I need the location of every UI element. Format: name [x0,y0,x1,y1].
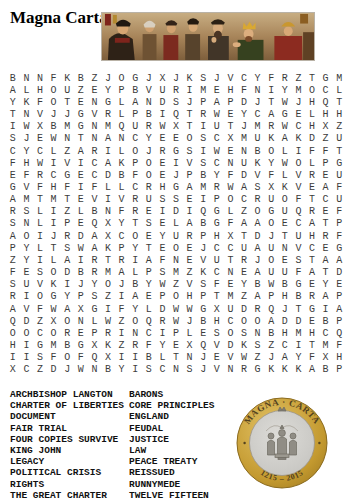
grid-cell: G [251,364,265,376]
word-list-item: PEACE TREATY [129,456,215,467]
grid-cell: A [264,108,278,120]
grid-cell: C [278,340,292,352]
grid-cell: Z [33,315,47,327]
grid-cell: I [20,340,34,352]
grid-cell: C [305,242,319,254]
word-list-item: BARONS [129,389,215,400]
grid-cell: F [332,230,346,242]
grid-cell: F [292,194,306,206]
grid-cell: C [210,133,224,145]
grid-cell: U [210,121,224,133]
grid-cell: E [332,279,346,291]
grid-cell: H [332,352,346,364]
grid-cell: N [251,84,265,96]
grid-cell: W [183,303,197,315]
grid-cell: B [251,279,265,291]
grid-cell: X [319,352,333,364]
grid-cell: W [210,108,224,120]
grid-cell: N [224,267,238,279]
word-list-item: FEUDAL [129,423,215,434]
grid-cell: M [20,194,34,206]
grid-cell: L [128,267,142,279]
grid-cell: Y [142,279,156,291]
grid-cell: Q [142,315,156,327]
grid-cell: A [88,230,102,242]
grid-cell: G [74,108,88,120]
grid-cell: P [115,84,129,96]
grid-cell: J [74,279,88,291]
grid-cell: F [224,169,238,181]
grid-cell: M [47,194,61,206]
grid-cell: U [237,157,251,169]
grid-cell: H [33,84,47,96]
grid-cell: W [20,121,34,133]
grid-cell: T [305,72,319,84]
grid-cell: O [47,327,61,339]
grid-cell: L [33,218,47,230]
grid-cell: J [183,96,197,108]
grid-cell: S [169,96,183,108]
grid-cell: P [74,291,88,303]
grid-cell: M [292,84,306,96]
grid-cell: A [332,303,346,315]
grid-cell: P [196,291,210,303]
grid-cell: N [101,206,115,218]
grid-cell: S [196,72,210,84]
grid-cell: Z [33,364,47,376]
grid-cell: R [305,206,319,218]
grid-cell: E [305,279,319,291]
grid-cell: Z [115,340,129,352]
grid-cell: W [156,279,170,291]
grid-cell: J [251,254,265,266]
grid-cell: B [6,72,20,84]
grid-cell: O [305,84,319,96]
grid-cell: I [115,291,129,303]
grid-cell: R [237,364,251,376]
grid-cell: A [305,364,319,376]
grid-cell: H [20,157,34,169]
grid-cell: X [74,303,88,315]
word-list-item: LAW [129,445,215,456]
grid-cell: G [210,206,224,218]
grid-cell: J [251,96,265,108]
grid-cell: F [264,169,278,181]
word-list-item: RIGHTS [10,479,124,490]
word-list-item: JUSTICE [129,434,215,445]
grid-cell: U [210,254,224,266]
grid-cell: E [224,145,238,157]
grid-cell: O [264,218,278,230]
grid-cell: T [101,254,115,266]
grid-cell: D [60,267,74,279]
grid-cell: G [74,340,88,352]
grid-cell: H [332,108,346,120]
grid-cell: R [251,303,265,315]
grid-cell: E [305,181,319,193]
grid-cell: V [292,169,306,181]
grid-cell: A [183,181,197,193]
grid-cell: I [264,84,278,96]
grid-cell: L [278,169,292,181]
grid-cell: Z [101,291,115,303]
grid-cell: O [142,157,156,169]
grid-cell: J [60,364,74,376]
grid-cell: H [319,108,333,120]
grid-cell: O [278,194,292,206]
grid-cell: I [20,352,34,364]
grid-cell: B [74,72,88,84]
grid-cell: S [156,194,170,206]
grid-cell: T [305,340,319,352]
grid-cell: Y [156,230,170,242]
grid-cell: U [278,267,292,279]
grid-cell: C [88,169,102,181]
grid-cell: V [88,194,102,206]
word-list-item: REISSUED [129,467,215,478]
grid-cell: L [74,206,88,218]
grid-cell: Y [319,279,333,291]
grid-cell: I [47,157,61,169]
coin-illustration: MAGNA · CARTA 1215 – 2015 [236,397,328,489]
grid-cell: F [332,340,346,352]
grid-cell: Z [292,72,306,84]
grid-cell: V [292,181,306,193]
grid-cell: P [224,96,238,108]
grid-cell: M [47,340,61,352]
grid-cell: R [156,315,170,327]
grid-cell: A [101,157,115,169]
word-list-item: ARCHBISHOP LANGTON [10,389,124,400]
grid-cell: W [101,315,115,327]
grid-cell: C [224,315,238,327]
grid-cell: I [74,157,88,169]
grid-cell: R [196,108,210,120]
grid-cell: R [88,145,102,157]
grid-cell: I [101,303,115,315]
grid-cell: I [101,194,115,206]
grid-cell: I [128,254,142,266]
grid-cell: C [142,327,156,339]
grid-cell: C [210,242,224,254]
grid-cell: Z [319,133,333,145]
grid-cell: D [156,303,170,315]
grid-cell: X [210,303,224,315]
grid-cell: I [60,279,74,291]
grid-cell: S [210,327,224,339]
grid-cell: Z [237,206,251,218]
grid-cell: D [101,169,115,181]
grid-cell: T [332,96,346,108]
grid-cell: Z [6,254,20,266]
grid-cell: S [169,194,183,206]
word-search-grid: BNNFKBZJOGJXJKSJVCYFRZTGMALHOUZEYPBVURIM… [6,72,346,376]
grid-cell: T [210,291,224,303]
grid-cell: L [305,108,319,120]
grid-cell: F [292,267,306,279]
grid-cell: A [305,267,319,279]
grid-cell: S [196,279,210,291]
grid-cell: Q [196,340,210,352]
grid-cell: B [319,364,333,376]
grid-cell: A [319,291,333,303]
grid-cell: C [156,364,170,376]
grid-cell: K [278,181,292,193]
grid-cell: C [251,108,265,120]
grid-cell: Q [115,121,129,133]
grid-cell: F [305,145,319,157]
grid-cell: Y [264,157,278,169]
grid-cell: B [128,84,142,96]
grid-cell: G [101,96,115,108]
grid-cell: Q [319,96,333,108]
grid-cell: U [60,84,74,96]
grid-cell: I [47,206,61,218]
grid-cell: E [210,84,224,96]
grid-cell: G [292,279,306,291]
grid-cell: N [278,242,292,254]
grid-cell: Z [88,72,102,84]
grid-cell: B [88,206,102,218]
grid-cell: K [278,364,292,376]
grid-cell: O [237,315,251,327]
grid-cell: W [278,157,292,169]
grid-cell: N [20,218,34,230]
grid-cell: P [332,218,346,230]
grid-cell: A [332,254,346,266]
grid-cell: X [264,181,278,193]
word-list-item: DOCUMENT [10,411,124,422]
grid-cell: S [6,133,20,145]
grid-cell: Y [210,169,224,181]
grid-cell: K [251,157,265,169]
grid-cell: P [264,291,278,303]
grid-cell: W [74,364,88,376]
grid-cell: C [88,157,102,169]
grid-cell: G [278,108,292,120]
grid-cell: H [156,181,170,193]
grid-cell: D [251,230,265,242]
grid-cell: A [128,291,142,303]
grid-cell: E [305,315,319,327]
grid-cell: V [33,108,47,120]
grid-cell: B [196,315,210,327]
grid-cell: T [142,242,156,254]
grid-cell: G [196,303,210,315]
grid-cell: O [251,206,265,218]
grid-cell: C [237,72,251,84]
grid-cell: I [319,303,333,315]
grid-cell: O [60,315,74,327]
grid-cell: V [183,279,197,291]
grid-cell: Q [292,206,306,218]
grid-cell: J [196,352,210,364]
grid-cell: O [169,242,183,254]
grid-cell: T [264,96,278,108]
grid-cell: L [20,84,34,96]
grid-cell: H [305,121,319,133]
grid-cell: U [332,169,346,181]
grid-cell: L [115,108,129,120]
grid-cell: J [278,303,292,315]
grid-cell: B [60,340,74,352]
grid-cell: V [292,242,306,254]
grid-cell: I [6,352,20,364]
grid-cell: O [47,96,61,108]
grid-cell: B [142,352,156,364]
grid-cell: J [292,96,306,108]
grid-cell: S [196,157,210,169]
grid-cell: Y [237,108,251,120]
grid-cell: Y [20,145,34,157]
grid-cell: E [319,242,333,254]
grid-cell: E [74,327,88,339]
grid-cell: F [33,181,47,193]
grid-cell: E [74,194,88,206]
grid-cell: W [264,279,278,291]
grid-cell: L [115,181,129,193]
grid-cell: R [251,194,265,206]
grid-cell: P [332,315,346,327]
grid-cell: E [156,157,170,169]
grid-cell: I [183,206,197,218]
grid-cell: B [74,267,88,279]
grid-cell: O [183,133,197,145]
grid-cell: I [292,145,306,157]
grid-cell: O [20,230,34,242]
grid-cell: D [332,267,346,279]
grid-cell: A [142,254,156,266]
grid-cell: P [332,364,346,376]
grid-cell: Z [60,145,74,157]
grid-cell: L [115,145,129,157]
grid-cell: J [169,72,183,84]
grid-cell: E [224,279,238,291]
grid-cell: I [196,121,210,133]
grid-cell: R [142,121,156,133]
word-list-item: KING JOHN [10,445,124,456]
grid-cell: A [319,254,333,266]
grid-cell: T [278,230,292,242]
worksheet-page: Magna Carta [0,0,354,500]
grid-cell: F [47,72,61,84]
grid-cell: Y [237,279,251,291]
grid-cell: S [251,181,265,193]
grid-cell: C [319,194,333,206]
grid-cell: L [33,206,47,218]
grid-cell: H [278,291,292,303]
grid-cell: C [237,194,251,206]
grid-cell: N [142,96,156,108]
grid-cell: I [169,157,183,169]
grid-cell: X [183,340,197,352]
grid-cell: U [142,194,156,206]
grid-cell: N [224,157,238,169]
grid-cell: N [183,352,197,364]
grid-cell: Y [60,291,74,303]
grid-cell: A [251,291,265,303]
grid-cell: B [47,121,61,133]
grid-cell: X [224,230,238,242]
grid-cell: P [128,157,142,169]
grid-cell: V [33,279,47,291]
grid-cell: I [6,121,20,133]
grid-cell: F [305,352,319,364]
grid-cell: A [6,84,20,96]
grid-cell: S [292,254,306,266]
grid-cell: Y [6,96,20,108]
grid-cell: P [88,327,102,339]
grid-cell: V [196,254,210,266]
grid-cell: O [101,279,115,291]
grid-cell: L [47,254,61,266]
grid-cell: Z [169,279,183,291]
grid-cell: O [128,315,142,327]
grid-cell: R [305,169,319,181]
grid-cell: I [33,254,47,266]
grid-cell: L [169,218,183,230]
grid-cell: F [210,279,224,291]
grid-cell: U [278,206,292,218]
grid-cell: G [60,169,74,181]
grid-cell: A [251,242,265,254]
grid-cell: W [224,181,238,193]
grid-cell: T [319,218,333,230]
grid-cell: J [169,169,183,181]
grid-cell: Y [142,133,156,145]
grid-cell: X [101,352,115,364]
grid-cell: C [20,364,34,376]
grid-cell: O [47,267,61,279]
grid-cell: I [47,218,61,230]
grid-cell: A [237,218,251,230]
grid-cell: C [128,133,142,145]
grid-cell: H [305,96,319,108]
grid-cell: N [88,121,102,133]
grid-cell: I [115,327,129,339]
grid-cell: W [278,96,292,108]
grid-cell: G [128,72,142,84]
grid-cell: P [115,242,129,254]
grid-cell: L [88,315,102,327]
grid-cell: W [169,315,183,327]
grid-cell: S [183,364,197,376]
grid-cell: I [156,206,170,218]
grid-cell: E [88,84,102,96]
grid-cell: L [332,84,346,96]
grid-cell: R [128,194,142,206]
grid-cell: X [33,121,47,133]
grid-cell: A [88,242,102,254]
grid-cell: P [128,108,142,120]
grid-cell: C [224,242,238,254]
grid-cell: F [115,303,129,315]
grid-cell: B [142,108,156,120]
grid-cell: K [237,340,251,352]
grid-cell: K [20,96,34,108]
grid-cell: M [224,291,238,303]
grid-cell: Y [128,303,142,315]
grid-cell: A [305,218,319,230]
grid-cell: A [237,181,251,193]
grid-cell: H [210,315,224,327]
grid-cell: G [169,145,183,157]
grid-cell: W [278,121,292,133]
grid-cell: L [224,206,238,218]
grid-cell: R [101,327,115,339]
grid-cell: Z [237,291,251,303]
grid-cell: C [319,84,333,96]
